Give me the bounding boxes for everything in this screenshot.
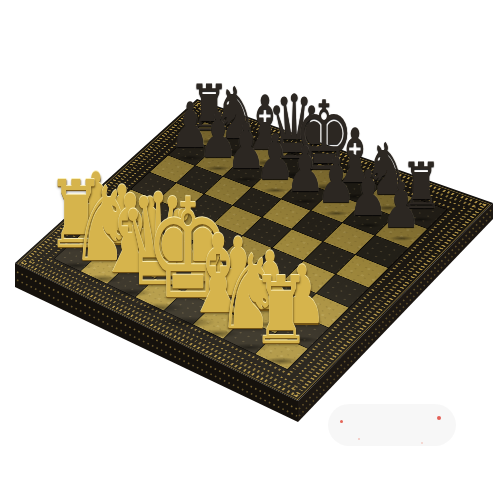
chess-set-product-photo: ♜♞♝♛♚♝♞♜♟♟♟♟♟♟♟♟♟♟♟♟♟♟♟♟♜♞♝♛♚♝♞♜ xyxy=(0,0,500,500)
